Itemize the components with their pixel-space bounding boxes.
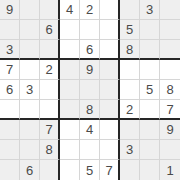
sudoku-cell-r3c7[interactable]: 8 — [120, 40, 140, 60]
sudoku-cell-r3c8[interactable] — [140, 40, 160, 60]
sudoku-cell-r4c3[interactable]: 2 — [40, 60, 60, 80]
sudoku-cell-r9c7[interactable] — [120, 160, 140, 180]
sudoku-cell-r3c6[interactable] — [100, 40, 120, 60]
sudoku-cell-r8c1[interactable] — [0, 140, 20, 160]
sudoku-cell-r5c9[interactable]: 8 — [160, 80, 180, 100]
sudoku-cell-r7c9[interactable]: 9 — [160, 120, 180, 140]
sudoku-cell-r3c1[interactable]: 3 — [0, 40, 20, 60]
sudoku-cell-r6c9[interactable]: 7 — [160, 100, 180, 120]
sudoku-cell-r4c7[interactable] — [120, 60, 140, 80]
sudoku-cell-r7c6[interactable] — [100, 120, 120, 140]
sudoku-cell-r2c3[interactable]: 6 — [40, 20, 60, 40]
sudoku-cell-r2c4[interactable] — [60, 20, 80, 40]
sudoku-cell-r2c9[interactable] — [160, 20, 180, 40]
sudoku-cell-r8c9[interactable] — [160, 140, 180, 160]
sudoku-cell-r6c4[interactable] — [60, 100, 80, 120]
sudoku-cell-r3c5[interactable]: 6 — [80, 40, 100, 60]
sudoku-cell-r4c1[interactable]: 7 — [0, 60, 20, 80]
sudoku-cell-r4c2[interactable] — [20, 60, 40, 80]
sudoku-cell-r9c5[interactable]: 5 — [80, 160, 100, 180]
sudoku-cell-r8c5[interactable] — [80, 140, 100, 160]
sudoku-cell-r5c8[interactable]: 5 — [140, 80, 160, 100]
sudoku-cell-r1c4[interactable]: 4 — [60, 0, 80, 20]
sudoku-cell-r2c8[interactable] — [140, 20, 160, 40]
sudoku-cell-r3c2[interactable] — [20, 40, 40, 60]
sudoku-cell-r6c6[interactable] — [100, 100, 120, 120]
sudoku-cell-r1c7[interactable] — [120, 0, 140, 20]
sudoku-cell-r6c8[interactable] — [140, 100, 160, 120]
sudoku-cell-r1c9[interactable] — [160, 0, 180, 20]
sudoku-cell-r5c7[interactable] — [120, 80, 140, 100]
sudoku-cell-r7c1[interactable] — [0, 120, 20, 140]
sudoku-cell-r7c3[interactable]: 7 — [40, 120, 60, 140]
sudoku-cell-r7c4[interactable] — [60, 120, 80, 140]
sudoku-cell-r6c7[interactable]: 2 — [120, 100, 140, 120]
sudoku-cell-r2c2[interactable] — [20, 20, 40, 40]
sudoku-cell-r4c9[interactable] — [160, 60, 180, 80]
sudoku-cell-r9c9[interactable]: 1 — [160, 160, 180, 180]
sudoku-cell-r3c3[interactable] — [40, 40, 60, 60]
sudoku-cell-r7c5[interactable]: 4 — [80, 120, 100, 140]
sudoku-cell-r8c7[interactable]: 3 — [120, 140, 140, 160]
sudoku-cell-r9c4[interactable] — [60, 160, 80, 180]
sudoku-cell-r7c7[interactable] — [120, 120, 140, 140]
sudoku-cell-r5c5[interactable] — [80, 80, 100, 100]
sudoku-cell-r2c6[interactable] — [100, 20, 120, 40]
sudoku-cell-r1c5[interactable]: 2 — [80, 0, 100, 20]
sudoku-board: 9423653687296358827749836571 — [0, 0, 180, 180]
sudoku-cell-r2c7[interactable]: 5 — [120, 20, 140, 40]
sudoku-cell-r5c3[interactable] — [40, 80, 60, 100]
sudoku-cell-r6c5[interactable]: 8 — [80, 100, 100, 120]
sudoku-cell-r9c6[interactable]: 7 — [100, 160, 120, 180]
sudoku-cell-r9c1[interactable] — [0, 160, 20, 180]
sudoku-cell-r6c2[interactable] — [20, 100, 40, 120]
sudoku-cell-r1c3[interactable] — [40, 0, 60, 20]
sudoku-cell-r5c6[interactable] — [100, 80, 120, 100]
sudoku-cell-r1c8[interactable]: 3 — [140, 0, 160, 20]
sudoku-cell-r2c1[interactable] — [0, 20, 20, 40]
sudoku-cell-r4c4[interactable] — [60, 60, 80, 80]
sudoku-cell-r7c2[interactable] — [20, 120, 40, 140]
sudoku-cell-r8c6[interactable] — [100, 140, 120, 160]
sudoku-cell-r5c1[interactable]: 6 — [0, 80, 20, 100]
sudoku-cell-r1c1[interactable]: 9 — [0, 0, 20, 20]
sudoku-cell-r9c8[interactable] — [140, 160, 160, 180]
sudoku-cell-r1c6[interactable] — [100, 0, 120, 20]
sudoku-cell-r6c1[interactable] — [0, 100, 20, 120]
sudoku-cell-r4c8[interactable] — [140, 60, 160, 80]
sudoku-cell-r6c3[interactable] — [40, 100, 60, 120]
sudoku-cell-r4c6[interactable] — [100, 60, 120, 80]
sudoku-cell-r9c3[interactable] — [40, 160, 60, 180]
sudoku-cell-r7c8[interactable] — [140, 120, 160, 140]
sudoku-cell-r8c3[interactable]: 8 — [40, 140, 60, 160]
sudoku-cell-r4c5[interactable]: 9 — [80, 60, 100, 80]
sudoku-cell-r2c5[interactable] — [80, 20, 100, 40]
sudoku-cell-r8c4[interactable] — [60, 140, 80, 160]
sudoku-cell-r5c2[interactable]: 3 — [20, 80, 40, 100]
sudoku-cell-r1c2[interactable] — [20, 0, 40, 20]
sudoku-cell-r3c9[interactable] — [160, 40, 180, 60]
sudoku-cell-r3c4[interactable] — [60, 40, 80, 60]
sudoku-cell-r8c2[interactable] — [20, 140, 40, 160]
sudoku-cell-r8c8[interactable] — [140, 140, 160, 160]
sudoku-cell-r5c4[interactable] — [60, 80, 80, 100]
sudoku-cell-r9c2[interactable]: 6 — [20, 160, 40, 180]
